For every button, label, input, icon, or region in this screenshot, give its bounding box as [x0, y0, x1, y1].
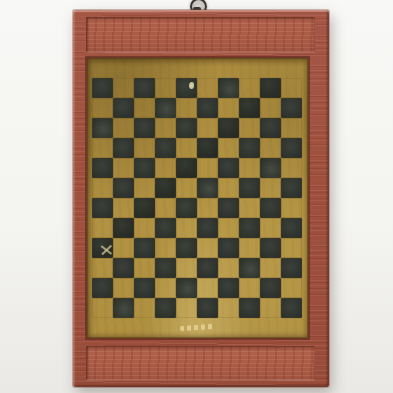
square-r4c7[interactable]	[218, 138, 239, 158]
square-r6c5[interactable]	[176, 178, 197, 198]
photo-background	[0, 0, 393, 393]
square-r10c7[interactable]	[218, 258, 239, 278]
square-r11c3[interactable]	[134, 278, 155, 298]
square-r2c4[interactable]	[155, 98, 176, 118]
square-r6c3[interactable]	[134, 178, 155, 198]
square-r5c6[interactable]	[197, 158, 218, 178]
square-r2c1[interactable]	[92, 98, 113, 118]
square-r8c4[interactable]	[155, 218, 176, 238]
square-r3c1[interactable]	[92, 118, 113, 138]
square-r5c1[interactable]	[92, 158, 113, 178]
square-r8c8[interactable]	[239, 218, 260, 238]
square-r1c2[interactable]	[113, 78, 134, 98]
square-r8c10[interactable]	[281, 218, 302, 238]
square-r4c10[interactable]	[281, 138, 302, 158]
board-field	[87, 58, 308, 338]
square-r10c1[interactable]	[92, 258, 113, 278]
square-r8c7[interactable]	[218, 218, 239, 238]
square-r10c6[interactable]	[197, 258, 218, 278]
square-r10c9[interactable]	[260, 258, 281, 278]
square-r12c5[interactable]	[176, 298, 197, 318]
square-r9c10[interactable]	[281, 238, 302, 258]
checkerboard-grid	[92, 78, 302, 318]
frame-top-panel	[86, 17, 315, 52]
square-r8c5[interactable]	[176, 218, 197, 238]
square-r7c2[interactable]	[113, 198, 134, 218]
square-r5c10[interactable]	[281, 158, 302, 178]
square-r8c3[interactable]	[134, 218, 155, 238]
square-r10c5[interactable]	[176, 258, 197, 278]
square-r12c8[interactable]	[239, 298, 260, 318]
square-r12c10[interactable]	[281, 298, 302, 318]
square-r7c7[interactable]	[218, 198, 239, 218]
square-r12c6[interactable]	[197, 298, 218, 318]
square-r1c1[interactable]	[92, 78, 113, 98]
square-r3c7[interactable]	[218, 118, 239, 138]
square-r4c2[interactable]	[113, 138, 134, 158]
square-r2c7[interactable]	[218, 98, 239, 118]
square-r11c1[interactable]	[92, 278, 113, 298]
square-r9c3[interactable]	[134, 238, 155, 258]
square-r1c6[interactable]	[197, 78, 218, 98]
square-r3c8[interactable]	[239, 118, 260, 138]
square-r1c4[interactable]	[155, 78, 176, 98]
square-r3c4[interactable]	[155, 118, 176, 138]
square-r2c6[interactable]	[197, 98, 218, 118]
square-r2c10[interactable]	[281, 98, 302, 118]
square-r10c2[interactable]	[113, 258, 134, 278]
square-r7c10[interactable]	[281, 198, 302, 218]
square-r4c3[interactable]	[134, 138, 155, 158]
square-r2c9[interactable]	[260, 98, 281, 118]
square-r5c5[interactable]	[176, 158, 197, 178]
square-r11c7[interactable]	[218, 278, 239, 298]
square-r9c5[interactable]	[176, 238, 197, 258]
square-r10c4[interactable]	[155, 258, 176, 278]
square-r9c6[interactable]	[197, 238, 218, 258]
scuff-marks	[180, 324, 214, 331]
square-r4c6[interactable]	[197, 138, 218, 158]
square-r4c8[interactable]	[239, 138, 260, 158]
square-r4c9[interactable]	[260, 138, 281, 158]
frame-bottom-panel	[86, 346, 315, 380]
square-r9c1[interactable]	[92, 238, 113, 258]
square-r5c8[interactable]	[239, 158, 260, 178]
square-r6c8[interactable]	[239, 178, 260, 198]
square-r6c7[interactable]	[218, 178, 239, 198]
square-r9c8[interactable]	[239, 238, 260, 258]
square-r9c9[interactable]	[260, 238, 281, 258]
square-r11c6[interactable]	[197, 278, 218, 298]
square-r6c2[interactable]	[113, 178, 134, 198]
square-r7c6[interactable]	[197, 198, 218, 218]
square-r10c10[interactable]	[281, 258, 302, 278]
square-r12c1[interactable]	[92, 298, 113, 318]
square-r11c10[interactable]	[281, 278, 302, 298]
square-r9c2[interactable]	[113, 238, 134, 258]
square-r12c4[interactable]	[155, 298, 176, 318]
square-r8c6[interactable]	[197, 218, 218, 238]
square-r4c1[interactable]	[92, 138, 113, 158]
square-r11c5[interactable]	[176, 278, 197, 298]
square-r7c3[interactable]	[134, 198, 155, 218]
square-r3c9[interactable]	[260, 118, 281, 138]
square-r6c4[interactable]	[155, 178, 176, 198]
square-r2c8[interactable]	[239, 98, 260, 118]
square-r4c4[interactable]	[155, 138, 176, 158]
square-r2c5[interactable]	[176, 98, 197, 118]
square-r3c6[interactable]	[197, 118, 218, 138]
square-r1c3[interactable]	[134, 78, 155, 98]
square-r11c2[interactable]	[113, 278, 134, 298]
square-r3c3[interactable]	[134, 118, 155, 138]
square-r1c10[interactable]	[281, 78, 302, 98]
square-r7c8[interactable]	[239, 198, 260, 218]
square-r10c8[interactable]	[239, 258, 260, 278]
square-r6c10[interactable]	[281, 178, 302, 198]
square-r9c4[interactable]	[155, 238, 176, 258]
square-r7c5[interactable]	[176, 198, 197, 218]
square-r12c2[interactable]	[113, 298, 134, 318]
square-r6c1[interactable]	[92, 178, 113, 198]
square-r9c7[interactable]	[218, 238, 239, 258]
square-r3c5[interactable]	[176, 118, 197, 138]
square-r8c2[interactable]	[113, 218, 134, 238]
square-r12c3[interactable]	[134, 298, 155, 318]
square-r7c4[interactable]	[155, 198, 176, 218]
square-r1c5[interactable]	[176, 78, 197, 98]
square-r6c9[interactable]	[260, 178, 281, 198]
square-r2c2[interactable]	[113, 98, 134, 118]
square-r4c5[interactable]	[176, 138, 197, 158]
square-r7c9[interactable]	[260, 198, 281, 218]
square-r12c7[interactable]	[218, 298, 239, 318]
square-r5c2[interactable]	[113, 158, 134, 178]
square-r5c9[interactable]	[260, 158, 281, 178]
square-r8c1[interactable]	[92, 218, 113, 238]
square-r11c9[interactable]	[260, 278, 281, 298]
square-r3c10[interactable]	[281, 118, 302, 138]
square-r5c3[interactable]	[134, 158, 155, 178]
square-r1c8[interactable]	[239, 78, 260, 98]
square-r11c8[interactable]	[239, 278, 260, 298]
game-board	[73, 10, 329, 387]
square-r10c3[interactable]	[134, 258, 155, 278]
square-r5c4[interactable]	[155, 158, 176, 178]
square-r3c2[interactable]	[113, 118, 134, 138]
square-r2c3[interactable]	[134, 98, 155, 118]
square-r6c6[interactable]	[197, 178, 218, 198]
square-r7c1[interactable]	[92, 198, 113, 218]
square-r12c9[interactable]	[260, 298, 281, 318]
square-r11c4[interactable]	[155, 278, 176, 298]
square-r1c7[interactable]	[218, 78, 239, 98]
square-r1c9[interactable]	[260, 78, 281, 98]
square-r8c9[interactable]	[260, 218, 281, 238]
square-r5c7[interactable]	[218, 158, 239, 178]
